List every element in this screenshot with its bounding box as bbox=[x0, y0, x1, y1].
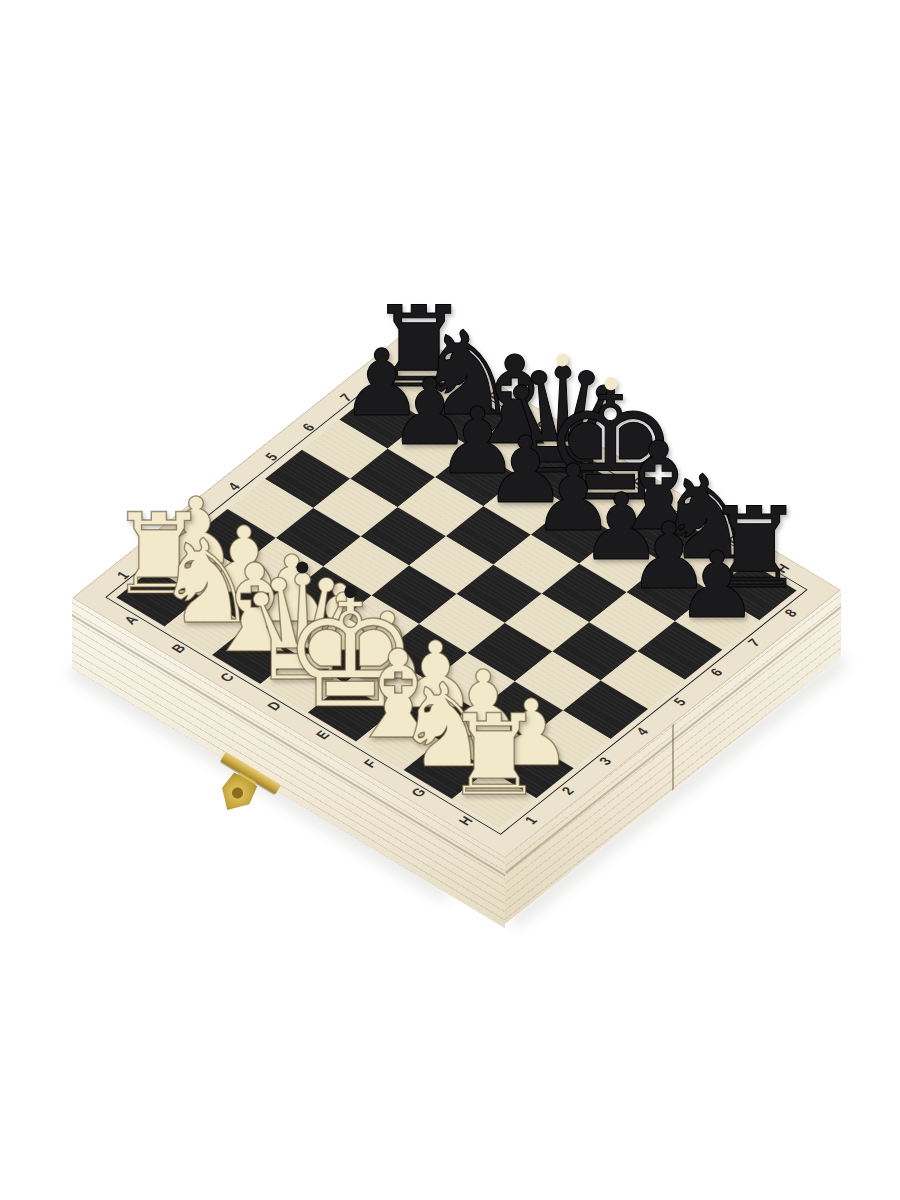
black-king-contrast-finial bbox=[604, 378, 617, 391]
piece-black-pawn-h7[interactable]: ♟ bbox=[676, 540, 758, 632]
chess-set-photo: AABBCCDDEEFFGGHH1122334455667788 ♜♞♝♛♚♝♞… bbox=[0, 0, 900, 1200]
pieces-layer: ♜♞♝♛♚♝♞♜♟♟♟♟♟♟♟♟♟♟♟♟♟♟♟♟♜♞♝♛♚♝♞♜ bbox=[0, 0, 900, 1200]
piece-white-rook-h1[interactable]: ♜ bbox=[444, 700, 544, 812]
white-king-contrast-finial bbox=[344, 585, 357, 598]
